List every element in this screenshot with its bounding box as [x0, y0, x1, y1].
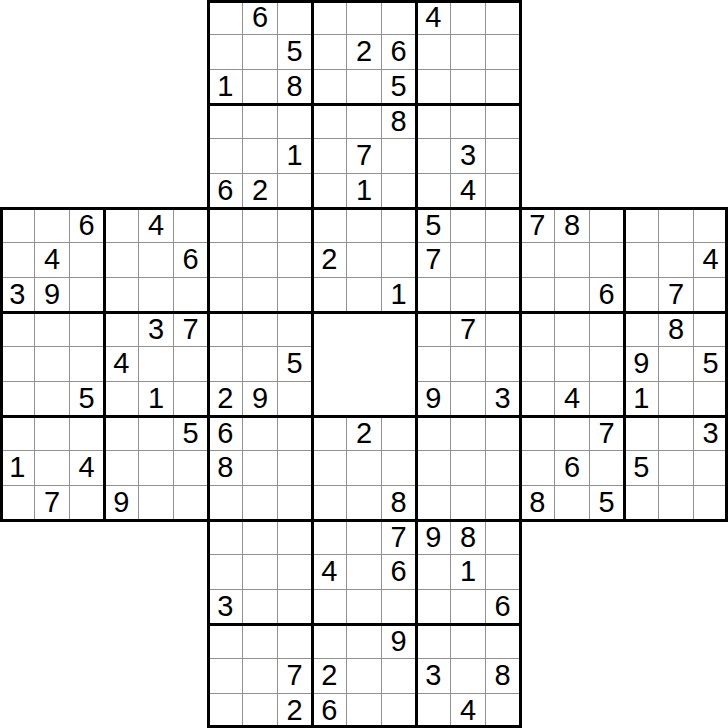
cell-r14c2[interactable]	[69, 485, 104, 520]
void-cell	[0, 624, 35, 659]
cell-r14c5[interactable]	[173, 485, 208, 520]
cell-r7c19[interactable]	[659, 243, 694, 278]
cell-r2c8: 8	[277, 69, 312, 104]
cell-r3c12[interactable]	[416, 104, 451, 139]
void-cell	[104, 0, 139, 35]
cell-r3c10[interactable]	[347, 104, 382, 139]
cell-r7c5: 6	[173, 243, 208, 278]
void-cell	[347, 312, 382, 347]
cell-r2c14[interactable]	[485, 69, 520, 104]
void-cell	[659, 589, 694, 624]
cell-r14c0[interactable]	[0, 485, 35, 520]
cell-r7c1: 4	[35, 243, 70, 278]
cell-r1c12[interactable]	[416, 35, 451, 70]
cell-r15c14[interactable]	[485, 520, 520, 555]
cell-r15c9[interactable]	[312, 520, 347, 555]
void-cell	[139, 624, 174, 659]
cell-r16c12[interactable]	[416, 555, 451, 590]
void-cell	[104, 173, 139, 208]
cell-r14c4[interactable]	[139, 485, 174, 520]
cell-r10c17[interactable]	[589, 347, 624, 382]
cell-r13c20[interactable]	[693, 451, 728, 486]
cell-r11c16: 4	[555, 381, 590, 416]
cell-r8c5[interactable]	[173, 277, 208, 312]
cell-r13c12[interactable]	[416, 451, 451, 486]
void-cell	[0, 35, 35, 70]
void-cell	[555, 139, 590, 174]
void-cell	[555, 589, 590, 624]
cell-r12c9[interactable]	[312, 416, 347, 451]
cell-r2c9[interactable]	[312, 69, 347, 104]
cell-r4c9[interactable]	[312, 139, 347, 174]
cell-r12c13[interactable]	[451, 416, 486, 451]
cell-r1c8: 5	[277, 35, 312, 70]
cell-r0c6[interactable]	[208, 0, 243, 35]
cell-r7c11[interactable]	[381, 243, 416, 278]
void-cell	[35, 693, 70, 728]
cell-r16c11: 6	[381, 555, 416, 590]
cell-r6c8[interactable]	[277, 208, 312, 243]
cell-r0c13[interactable]	[451, 0, 486, 35]
cell-r10c4[interactable]	[139, 347, 174, 382]
cell-r12c3[interactable]	[104, 416, 139, 451]
void-cell	[659, 139, 694, 174]
cell-r18c14[interactable]	[485, 624, 520, 659]
cell-r0c12: 4	[416, 0, 451, 35]
cell-r13c7[interactable]	[243, 451, 278, 486]
cell-r14c11: 8	[381, 485, 416, 520]
cell-r16c9: 4	[312, 555, 347, 590]
cell-r11c17[interactable]	[589, 381, 624, 416]
cell-r20c6[interactable]	[208, 693, 243, 728]
void-cell	[173, 139, 208, 174]
cell-r5c12[interactable]	[416, 173, 451, 208]
cell-r5c6: 6	[208, 173, 243, 208]
cell-r1c13[interactable]	[451, 35, 486, 70]
cell-r7c14[interactable]	[485, 243, 520, 278]
cell-r6c13[interactable]	[451, 208, 486, 243]
cell-r10c14[interactable]	[485, 347, 520, 382]
cell-r0c14[interactable]	[485, 0, 520, 35]
void-cell	[555, 659, 590, 694]
cell-r11c8[interactable]	[277, 381, 312, 416]
void-cell	[173, 520, 208, 555]
void-cell	[659, 624, 694, 659]
cell-r9c7[interactable]	[243, 312, 278, 347]
void-cell	[624, 589, 659, 624]
cell-r11c20[interactable]	[693, 381, 728, 416]
cell-r14c8[interactable]	[277, 485, 312, 520]
cell-r7c15[interactable]	[520, 243, 555, 278]
cell-r12c8[interactable]	[277, 416, 312, 451]
void-cell	[173, 693, 208, 728]
cell-r19c12: 3	[416, 659, 451, 694]
cell-r8c0: 3	[0, 277, 35, 312]
cell-r1c6[interactable]	[208, 35, 243, 70]
void-cell	[659, 0, 694, 35]
cell-r2c7[interactable]	[243, 69, 278, 104]
cell-r13c8[interactable]	[277, 451, 312, 486]
cell-r0c11[interactable]	[381, 0, 416, 35]
cell-r4c8: 1	[277, 139, 312, 174]
cell-r1c11: 6	[381, 35, 416, 70]
cell-r11c1[interactable]	[35, 381, 70, 416]
cell-r13c14[interactable]	[485, 451, 520, 486]
cell-r3c13[interactable]	[451, 104, 486, 139]
void-cell	[693, 624, 728, 659]
cell-r0c9[interactable]	[312, 0, 347, 35]
cell-r8c6[interactable]	[208, 277, 243, 312]
void-cell	[69, 69, 104, 104]
cell-r3c9[interactable]	[312, 104, 347, 139]
void-cell	[589, 555, 624, 590]
void-cell	[659, 520, 694, 555]
cell-r14c12[interactable]	[416, 485, 451, 520]
void-cell	[104, 69, 139, 104]
cell-r14c16[interactable]	[555, 485, 590, 520]
cell-r20c14[interactable]	[485, 693, 520, 728]
void-cell	[693, 0, 728, 35]
void-cell	[0, 693, 35, 728]
cell-r9c13: 7	[451, 312, 486, 347]
cell-r13c5[interactable]	[173, 451, 208, 486]
cell-r8c2[interactable]	[69, 277, 104, 312]
cell-r11c0[interactable]	[0, 381, 35, 416]
cell-r9c16[interactable]	[555, 312, 590, 347]
cell-r14c3: 9	[104, 485, 139, 520]
cell-r8c20[interactable]	[693, 277, 728, 312]
cell-r4c7[interactable]	[243, 139, 278, 174]
cell-r17c10[interactable]	[347, 589, 382, 624]
cell-r18c7[interactable]	[243, 624, 278, 659]
void-cell	[555, 520, 590, 555]
cell-r11c6: 2	[208, 381, 243, 416]
void-cell	[520, 139, 555, 174]
cell-r12c15[interactable]	[520, 416, 555, 451]
void-cell	[139, 173, 174, 208]
cell-r6c7[interactable]	[243, 208, 278, 243]
cell-r3c11: 8	[381, 104, 416, 139]
void-cell	[173, 624, 208, 659]
cell-r3c8[interactable]	[277, 104, 312, 139]
cell-r10c0[interactable]	[0, 347, 35, 382]
cell-r9c12[interactable]	[416, 312, 451, 347]
cell-r19c10[interactable]	[347, 659, 382, 694]
cell-r9c8[interactable]	[277, 312, 312, 347]
cell-r17c14: 6	[485, 589, 520, 624]
void-cell	[139, 555, 174, 590]
cell-r8c14[interactable]	[485, 277, 520, 312]
void-cell	[69, 659, 104, 694]
void-cell	[69, 589, 104, 624]
cell-r2c10[interactable]	[347, 69, 382, 104]
cell-r18c13[interactable]	[451, 624, 486, 659]
cell-r6c14[interactable]	[485, 208, 520, 243]
cell-r8c13[interactable]	[451, 277, 486, 312]
cell-r8c12[interactable]	[416, 277, 451, 312]
cell-r18c9[interactable]	[312, 624, 347, 659]
cell-r9c2[interactable]	[69, 312, 104, 347]
cell-r17c13[interactable]	[451, 589, 486, 624]
cell-r12c12[interactable]	[416, 416, 451, 451]
cell-r9c3[interactable]	[104, 312, 139, 347]
cell-r5c7: 2	[243, 173, 278, 208]
cell-r5c8[interactable]	[277, 173, 312, 208]
cell-r8c11: 1	[381, 277, 416, 312]
cell-r5c9[interactable]	[312, 173, 347, 208]
cell-r13c13[interactable]	[451, 451, 486, 486]
cell-r9c15[interactable]	[520, 312, 555, 347]
cell-r8c18[interactable]	[624, 277, 659, 312]
cell-r6c10[interactable]	[347, 208, 382, 243]
cell-r14c1: 7	[35, 485, 70, 520]
cell-r8c1: 9	[35, 277, 70, 312]
cell-r15c7[interactable]	[243, 520, 278, 555]
cell-r10c15[interactable]	[520, 347, 555, 382]
cell-r16c8[interactable]	[277, 555, 312, 590]
cell-r11c19[interactable]	[659, 381, 694, 416]
cell-r13c17[interactable]	[589, 451, 624, 486]
cell-r12c1[interactable]	[35, 416, 70, 451]
cell-r11c12: 9	[416, 381, 451, 416]
cell-r14c13[interactable]	[451, 485, 486, 520]
cell-r5c14[interactable]	[485, 173, 520, 208]
void-cell	[555, 35, 590, 70]
void-cell	[381, 312, 416, 347]
void-cell	[35, 624, 70, 659]
cell-r16c7[interactable]	[243, 555, 278, 590]
void-cell	[555, 104, 590, 139]
void-cell	[0, 659, 35, 694]
cell-r1c9[interactable]	[312, 35, 347, 70]
cell-r16c10[interactable]	[347, 555, 382, 590]
cell-r8c15[interactable]	[520, 277, 555, 312]
cell-r11c13[interactable]	[451, 381, 486, 416]
void-cell	[589, 69, 624, 104]
cell-r13c9[interactable]	[312, 451, 347, 486]
cell-r6c5[interactable]	[173, 208, 208, 243]
void-cell	[589, 0, 624, 35]
void-cell	[693, 69, 728, 104]
cell-r9c1[interactable]	[35, 312, 70, 347]
cell-r14c10[interactable]	[347, 485, 382, 520]
cell-r7c0[interactable]	[0, 243, 35, 278]
cell-r0c10[interactable]	[347, 0, 382, 35]
cell-r11c15[interactable]	[520, 381, 555, 416]
void-cell	[104, 35, 139, 70]
cell-r17c12[interactable]	[416, 589, 451, 624]
cell-r8c10[interactable]	[347, 277, 382, 312]
cell-r18c6[interactable]	[208, 624, 243, 659]
cell-r10c13[interactable]	[451, 347, 486, 382]
cell-r12c4[interactable]	[139, 416, 174, 451]
cell-r13c11[interactable]	[381, 451, 416, 486]
void-cell	[693, 520, 728, 555]
cell-r20c10[interactable]	[347, 693, 382, 728]
cell-r12c14[interactable]	[485, 416, 520, 451]
cell-r13c10[interactable]	[347, 451, 382, 486]
cell-r12c0[interactable]	[0, 416, 35, 451]
cell-r6c11[interactable]	[381, 208, 416, 243]
cell-r5c11[interactable]	[381, 173, 416, 208]
cell-r10c3: 4	[104, 347, 139, 382]
cell-r3c7[interactable]	[243, 104, 278, 139]
cell-r6c19[interactable]	[659, 208, 694, 243]
cell-r10c1[interactable]	[35, 347, 70, 382]
void-cell	[35, 520, 70, 555]
cell-r18c8[interactable]	[277, 624, 312, 659]
cell-r20c7[interactable]	[243, 693, 278, 728]
void-cell	[520, 0, 555, 35]
cell-r11c3[interactable]	[104, 381, 139, 416]
cell-r8c17: 6	[589, 277, 624, 312]
cell-r6c0[interactable]	[0, 208, 35, 243]
cell-r1c7[interactable]	[243, 35, 278, 70]
cell-r12c19[interactable]	[659, 416, 694, 451]
void-cell	[173, 69, 208, 104]
cell-r10c12[interactable]	[416, 347, 451, 382]
cell-r2c13[interactable]	[451, 69, 486, 104]
cell-r7c4[interactable]	[139, 243, 174, 278]
void-cell	[589, 104, 624, 139]
cell-r6c6[interactable]	[208, 208, 243, 243]
cell-r12c11[interactable]	[381, 416, 416, 451]
cell-r7c9: 2	[312, 243, 347, 278]
cell-r9c18[interactable]	[624, 312, 659, 347]
cell-r12c2[interactable]	[69, 416, 104, 451]
cell-r14c9[interactable]	[312, 485, 347, 520]
cell-r7c8[interactable]	[277, 243, 312, 278]
void-cell	[139, 69, 174, 104]
cell-r19c13[interactable]	[451, 659, 486, 694]
cell-r2c12[interactable]	[416, 69, 451, 104]
cell-r13c15[interactable]	[520, 451, 555, 486]
cell-r17c8[interactable]	[277, 589, 312, 624]
cell-r11c5[interactable]	[173, 381, 208, 416]
cell-r3c6[interactable]	[208, 104, 243, 139]
cell-r14c7[interactable]	[243, 485, 278, 520]
cell-r13c1[interactable]	[35, 451, 70, 486]
cell-r6c18[interactable]	[624, 208, 659, 243]
cell-r4c12[interactable]	[416, 139, 451, 174]
cell-r7c18[interactable]	[624, 243, 659, 278]
cell-r8c7[interactable]	[243, 277, 278, 312]
cell-r16c14[interactable]	[485, 555, 520, 590]
cell-r7c17[interactable]	[589, 243, 624, 278]
cell-r8c3[interactable]	[104, 277, 139, 312]
cell-r20c11[interactable]	[381, 693, 416, 728]
cell-r8c9[interactable]	[312, 277, 347, 312]
cell-r10c5[interactable]	[173, 347, 208, 382]
cell-r14c19[interactable]	[659, 485, 694, 520]
cell-r6c17[interactable]	[589, 208, 624, 243]
cell-r10c6[interactable]	[208, 347, 243, 382]
cell-r17c11[interactable]	[381, 589, 416, 624]
void-cell	[35, 0, 70, 35]
cell-r9c20[interactable]	[693, 312, 728, 347]
cell-r7c13[interactable]	[451, 243, 486, 278]
cell-r8c8[interactable]	[277, 277, 312, 312]
cell-r8c16[interactable]	[555, 277, 590, 312]
cell-r6c20[interactable]	[693, 208, 728, 243]
cell-r11c4: 1	[139, 381, 174, 416]
void-cell	[69, 35, 104, 70]
cell-r14c6[interactable]	[208, 485, 243, 520]
cell-r15c8[interactable]	[277, 520, 312, 555]
cell-r19c11[interactable]	[381, 659, 416, 694]
cell-r12c16[interactable]	[555, 416, 590, 451]
cell-r15c10[interactable]	[347, 520, 382, 555]
cell-r10c16[interactable]	[555, 347, 590, 382]
cell-r9c0[interactable]	[0, 312, 35, 347]
cell-r15c6[interactable]	[208, 520, 243, 555]
cell-r14c14[interactable]	[485, 485, 520, 520]
void-cell	[173, 589, 208, 624]
cell-r19c7[interactable]	[243, 659, 278, 694]
cell-r4c6[interactable]	[208, 139, 243, 174]
cell-r17c7[interactable]	[243, 589, 278, 624]
void-cell	[104, 693, 139, 728]
void-cell	[693, 589, 728, 624]
cell-r6c2: 6	[69, 208, 104, 243]
cell-r10c19[interactable]	[659, 347, 694, 382]
cell-r7c3[interactable]	[104, 243, 139, 278]
cell-r4c10: 7	[347, 139, 382, 174]
cell-r16c6[interactable]	[208, 555, 243, 590]
cell-r9c6[interactable]	[208, 312, 243, 347]
cell-r9c17[interactable]	[589, 312, 624, 347]
cell-r10c7[interactable]	[243, 347, 278, 382]
cell-r7c2[interactable]	[69, 243, 104, 278]
cell-r8c4[interactable]	[139, 277, 174, 312]
cell-r13c4[interactable]	[139, 451, 174, 486]
cell-r18c10[interactable]	[347, 624, 382, 659]
cell-r20c12[interactable]	[416, 693, 451, 728]
cell-r7c16[interactable]	[555, 243, 590, 278]
cell-r13c18: 5	[624, 451, 659, 486]
cell-r6c3[interactable]	[104, 208, 139, 243]
cell-r14c20[interactable]	[693, 485, 728, 520]
void-cell	[347, 347, 382, 382]
cell-r12c18[interactable]	[624, 416, 659, 451]
cell-r10c2[interactable]	[69, 347, 104, 382]
cell-r4c11[interactable]	[381, 139, 416, 174]
cell-r12c7[interactable]	[243, 416, 278, 451]
cell-r4c14[interactable]	[485, 139, 520, 174]
cell-r1c14[interactable]	[485, 35, 520, 70]
cell-r13c3[interactable]	[104, 451, 139, 486]
cell-r17c9[interactable]	[312, 589, 347, 624]
void-cell	[173, 35, 208, 70]
cell-r14c18[interactable]	[624, 485, 659, 520]
cell-r7c10[interactable]	[347, 243, 382, 278]
cell-r13c19[interactable]	[659, 451, 694, 486]
cell-r6c1[interactable]	[35, 208, 70, 243]
cell-r6c4: 4	[139, 208, 174, 243]
cell-r6c9[interactable]	[312, 208, 347, 243]
cell-r13c0: 1	[0, 451, 35, 486]
cell-r19c6[interactable]	[208, 659, 243, 694]
cell-r0c8[interactable]	[277, 0, 312, 35]
cell-r18c12[interactable]	[416, 624, 451, 659]
void-cell	[555, 0, 590, 35]
void-cell	[69, 693, 104, 728]
cell-r9c14[interactable]	[485, 312, 520, 347]
void-cell	[35, 35, 70, 70]
cell-r3c14[interactable]	[485, 104, 520, 139]
cell-r7c6[interactable]	[208, 243, 243, 278]
cell-r7c7[interactable]	[243, 243, 278, 278]
